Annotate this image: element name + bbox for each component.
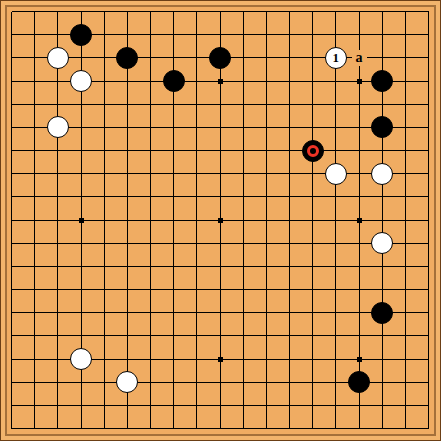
stone-black-H16 <box>163 70 185 92</box>
stone-white-P12 <box>325 163 347 185</box>
stone-black-K17 <box>209 47 231 69</box>
stone-white-P17: 1 <box>325 47 347 69</box>
move-number: 1 <box>333 51 340 64</box>
hoshi-point <box>218 218 223 223</box>
hoshi-point <box>218 79 223 84</box>
hoshi-point <box>218 357 223 362</box>
point-label-a: a <box>352 50 367 66</box>
stone-white-C14 <box>47 116 69 138</box>
stone-white-D16 <box>70 70 92 92</box>
hoshi-point <box>357 357 362 362</box>
hoshi-point <box>79 218 84 223</box>
stone-black-Q3 <box>348 371 370 393</box>
stone-white-R12 <box>371 163 393 185</box>
stone-white-D4 <box>70 348 92 370</box>
stone-black-R16 <box>371 70 393 92</box>
hoshi-point <box>357 79 362 84</box>
stone-black-D18 <box>70 24 92 46</box>
stone-black-F17 <box>116 47 138 69</box>
go-board: a1 <box>0 0 441 441</box>
stone-white-C17 <box>47 47 69 69</box>
hoshi-point <box>357 218 362 223</box>
circle-mark-icon <box>307 145 319 157</box>
stone-black-R6 <box>371 302 393 324</box>
stone-black-O13 <box>302 140 324 162</box>
